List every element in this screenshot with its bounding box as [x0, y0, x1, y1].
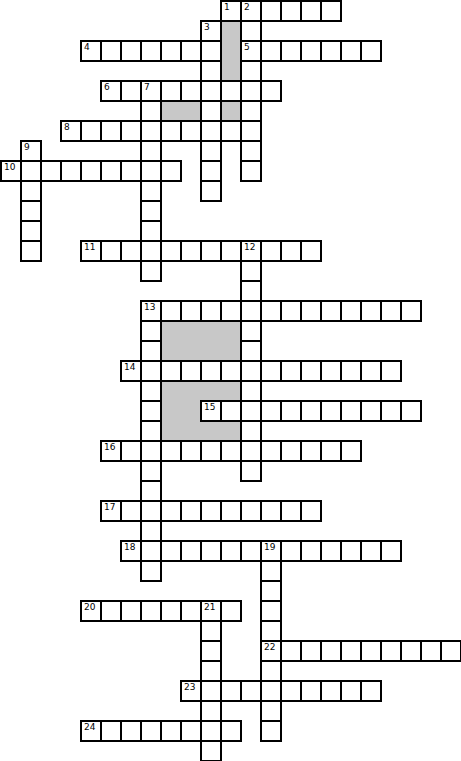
clue-number-19: 19 [264, 543, 275, 552]
cell-r9-c7[interactable] [140, 180, 162, 202]
cell-r19-c9-shaded[interactable] [180, 380, 202, 402]
cell-r32-c15[interactable] [300, 640, 322, 662]
cell-r25-c6[interactable] [120, 500, 142, 522]
cell-r4-c11[interactable] [220, 80, 242, 102]
cell-r30-c8[interactable] [160, 600, 182, 622]
cell-r19-c7[interactable] [140, 380, 162, 402]
cell-r34-c13[interactable] [260, 680, 282, 702]
cell-r32-c16[interactable] [320, 640, 342, 662]
cell-r5-c11-shaded[interactable] [220, 100, 242, 122]
cell-r23-c7[interactable] [140, 460, 162, 482]
cell-r4-c5[interactable]: 6 [100, 80, 122, 102]
cell-r27-c14[interactable] [280, 540, 302, 562]
cell-r21-c7[interactable] [140, 420, 162, 442]
cell-r2-c15[interactable] [300, 40, 322, 62]
cell-r22-c13[interactable] [260, 440, 282, 462]
cell-r15-c17[interactable] [340, 300, 362, 322]
cell-r18-c7[interactable] [140, 360, 162, 382]
cell-r32-c17[interactable] [340, 640, 362, 662]
cell-r17-c12[interactable] [240, 340, 262, 362]
cell-r0-c15[interactable] [300, 0, 322, 22]
cell-r18-c10[interactable] [200, 360, 222, 382]
cell-r28-c7[interactable] [140, 560, 162, 582]
cell-r15-c12[interactable] [240, 300, 262, 322]
cell-r29-c13[interactable] [260, 580, 282, 602]
cell-r2-c14[interactable] [280, 40, 302, 62]
cell-r15-c18[interactable] [360, 300, 382, 322]
cell-r27-c15[interactable] [300, 540, 322, 562]
cell-r18-c17[interactable] [340, 360, 362, 382]
cell-r20-c8-shaded[interactable] [160, 400, 182, 422]
cell-r30-c9[interactable] [180, 600, 202, 622]
cell-r25-c13[interactable] [260, 500, 282, 522]
cell-r34-c12[interactable] [240, 680, 262, 702]
cell-r18-c18[interactable] [360, 360, 382, 382]
cell-r32-c18[interactable] [360, 640, 382, 662]
cell-r18-c11[interactable] [220, 360, 242, 382]
cell-r12-c7[interactable] [140, 240, 162, 262]
cell-r17-c10-shaded[interactable] [200, 340, 222, 362]
cell-r30-c5[interactable] [100, 600, 122, 622]
cell-r4-c12[interactable] [240, 80, 262, 102]
cell-r16-c7[interactable] [140, 320, 162, 342]
cell-r30-c6[interactable] [120, 600, 142, 622]
cell-r8-c5[interactable] [100, 160, 122, 182]
clue-number-5: 5 [244, 43, 250, 52]
cell-r15-c9[interactable] [180, 300, 202, 322]
cell-r7-c12[interactable] [240, 140, 262, 162]
cell-r8-c8[interactable] [160, 160, 182, 182]
cell-r27-c6[interactable]: 18 [120, 540, 142, 562]
cell-r8-c6[interactable] [120, 160, 142, 182]
cell-r20-c9-shaded[interactable] [180, 400, 202, 422]
clue-number-3: 3 [204, 23, 210, 32]
cell-r20-c10[interactable]: 15 [200, 400, 222, 422]
cell-r27-c13[interactable]: 19 [260, 540, 282, 562]
cell-r20-c17[interactable] [340, 400, 362, 422]
cell-r18-c19[interactable] [380, 360, 402, 382]
cell-r7-c1[interactable]: 9 [20, 140, 42, 162]
cell-r12-c14[interactable] [280, 240, 302, 262]
cell-r12-c4[interactable]: 11 [80, 240, 102, 262]
cell-r17-c7[interactable] [140, 340, 162, 362]
cell-r30-c11[interactable] [220, 600, 242, 622]
cell-r18-c9[interactable] [180, 360, 202, 382]
cell-r13-c7[interactable] [140, 260, 162, 282]
cell-r34-c15[interactable] [300, 680, 322, 702]
clue-number-12: 12 [244, 243, 255, 252]
cell-r20-c16[interactable] [320, 400, 342, 422]
crossword-board: 123456789101112131415161718192021222324 [0, 0, 461, 761]
cell-r21-c9-shaded[interactable] [180, 420, 202, 442]
cell-r32-c13[interactable]: 22 [260, 640, 282, 662]
cell-r20-c7[interactable] [140, 400, 162, 422]
cell-r21-c11-shaded[interactable] [220, 420, 242, 442]
cell-r25-c11[interactable] [220, 500, 242, 522]
cell-r17-c11-shaded[interactable] [220, 340, 242, 362]
cell-r34-c17[interactable] [340, 680, 362, 702]
cell-r33-c13[interactable] [260, 660, 282, 682]
cell-r18-c13[interactable] [260, 360, 282, 382]
cell-r15-c10[interactable] [200, 300, 222, 322]
cell-r32-c22[interactable] [440, 640, 461, 662]
cell-r16-c8-shaded[interactable] [160, 320, 182, 342]
cell-r1-c11-shaded[interactable] [220, 20, 242, 42]
cell-r6-c7[interactable] [140, 120, 162, 142]
cell-r20-c19[interactable] [380, 400, 402, 422]
cell-r12-c9[interactable] [180, 240, 202, 262]
cell-r19-c10-shaded[interactable] [200, 380, 222, 402]
cell-r2-c10[interactable] [200, 40, 222, 62]
cell-r15-c11[interactable] [220, 300, 242, 322]
cell-r14-c12[interactable] [240, 280, 262, 302]
cell-r8-c2[interactable] [40, 160, 62, 182]
cell-r4-c10[interactable] [200, 80, 222, 102]
cell-r22-c9[interactable] [180, 440, 202, 462]
cell-r32-c19[interactable] [380, 640, 402, 662]
cell-r6-c6[interactable] [120, 120, 142, 142]
cell-r27-c9[interactable] [180, 540, 202, 562]
cell-r2-c7[interactable] [140, 40, 162, 62]
cell-r0-c13[interactable] [260, 0, 282, 22]
cell-r10-c1[interactable] [20, 200, 42, 222]
cell-r2-c12[interactable]: 5 [240, 40, 262, 62]
cell-r0-c16[interactable] [320, 0, 342, 22]
cell-r22-c8[interactable] [160, 440, 182, 462]
cell-r15-c16[interactable] [320, 300, 342, 322]
cell-r22-c11[interactable] [220, 440, 242, 462]
cell-r13-c12[interactable] [240, 260, 262, 282]
cell-r5-c9-shaded[interactable] [180, 100, 202, 122]
cell-r9-c1[interactable] [20, 180, 42, 202]
cell-r25-c15[interactable] [300, 500, 322, 522]
cell-r4-c13[interactable] [260, 80, 282, 102]
cell-r6-c4[interactable] [80, 120, 102, 142]
cell-r23-c12[interactable] [240, 460, 262, 482]
cell-r18-c8[interactable] [160, 360, 182, 382]
clue-number-11: 11 [84, 243, 95, 252]
cell-r27-c8[interactable] [160, 540, 182, 562]
cell-r34-c10[interactable] [200, 680, 222, 702]
cell-r15-c7[interactable]: 13 [140, 300, 162, 322]
cell-r5-c10[interactable] [200, 100, 222, 122]
cell-r27-c10[interactable] [200, 540, 222, 562]
cell-r2-c17[interactable] [340, 40, 362, 62]
cell-r26-c7[interactable] [140, 520, 162, 542]
cell-r2-c18[interactable] [360, 40, 382, 62]
cell-r2-c13[interactable] [260, 40, 282, 62]
clue-number-1: 1 [224, 3, 230, 12]
cell-r2-c6[interactable] [120, 40, 142, 62]
cell-r25-c7[interactable] [140, 500, 162, 522]
cell-r1-c12[interactable] [240, 20, 262, 42]
cell-r31-c13[interactable] [260, 620, 282, 642]
cell-r27-c12[interactable] [240, 540, 262, 562]
cell-r12-c15[interactable] [300, 240, 322, 262]
clue-number-17: 17 [104, 503, 115, 512]
cell-r3-c10[interactable] [200, 60, 222, 82]
cell-r8-c4[interactable] [80, 160, 102, 182]
clue-number-21: 21 [204, 603, 215, 612]
cell-r19-c11-shaded[interactable] [220, 380, 242, 402]
cell-r27-c7[interactable] [140, 540, 162, 562]
cell-r25-c14[interactable] [280, 500, 302, 522]
cell-r11-c7[interactable] [140, 220, 162, 242]
cell-r2-c5[interactable] [100, 40, 122, 62]
clue-number-9: 9 [24, 143, 30, 152]
clue-number-4: 4 [84, 43, 90, 52]
cell-r8-c12[interactable] [240, 160, 262, 182]
cell-r22-c14[interactable] [280, 440, 302, 462]
cell-r4-c6[interactable] [120, 80, 142, 102]
cell-r28-c13[interactable] [260, 560, 282, 582]
cell-r16-c10-shaded[interactable] [200, 320, 222, 342]
cell-r12-c6[interactable] [120, 240, 142, 262]
cell-r12-c10[interactable] [200, 240, 222, 262]
cell-r36-c5[interactable] [100, 720, 122, 742]
cell-r18-c15[interactable] [300, 360, 322, 382]
cell-r8-c7[interactable] [140, 160, 162, 182]
cell-r36-c13[interactable] [260, 720, 282, 742]
cell-r17-c8-shaded[interactable] [160, 340, 182, 362]
cell-r20-c20[interactable] [400, 400, 422, 422]
cell-r0-c12[interactable]: 2 [240, 0, 262, 22]
cell-r22-c16[interactable] [320, 440, 342, 462]
cell-r24-c7[interactable] [140, 480, 162, 502]
cell-r7-c7[interactable] [140, 140, 162, 162]
cell-r18-c12[interactable] [240, 360, 262, 382]
cell-r8-c3[interactable] [60, 160, 82, 182]
cell-r22-c5[interactable]: 16 [100, 440, 122, 462]
cell-r15-c14[interactable] [280, 300, 302, 322]
cell-r27-c18[interactable] [360, 540, 382, 562]
cell-r12-c5[interactable] [100, 240, 122, 262]
cell-r18-c14[interactable] [280, 360, 302, 382]
cell-r30-c7[interactable] [140, 600, 162, 622]
cell-r37-c10[interactable] [200, 740, 222, 761]
cell-r20-c18[interactable] [360, 400, 382, 422]
cell-r6-c11[interactable] [220, 120, 242, 142]
cell-r11-c1[interactable] [20, 220, 42, 242]
clue-number-24: 24 [84, 723, 95, 732]
clue-number-14: 14 [124, 363, 135, 372]
cell-r22-c7[interactable] [140, 440, 162, 462]
cell-r2-c9[interactable] [180, 40, 202, 62]
cell-r6-c12[interactable] [240, 120, 262, 142]
cell-r15-c19[interactable] [380, 300, 402, 322]
cell-r36-c4[interactable]: 24 [80, 720, 102, 742]
cell-r2-c16[interactable] [320, 40, 342, 62]
cell-r27-c16[interactable] [320, 540, 342, 562]
clue-number-23: 23 [184, 683, 195, 692]
cell-r33-c10[interactable] [200, 660, 222, 682]
cell-r12-c11[interactable] [220, 240, 242, 262]
cell-r8-c0[interactable]: 10 [0, 160, 22, 182]
cell-r22-c10[interactable] [200, 440, 222, 462]
cell-r12-c8[interactable] [160, 240, 182, 262]
cell-r18-c16[interactable] [320, 360, 342, 382]
cell-r3-c12[interactable] [240, 60, 262, 82]
cell-r35-c10[interactable] [200, 700, 222, 722]
cell-r30-c4[interactable]: 20 [80, 600, 102, 622]
cell-r34-c11[interactable] [220, 680, 242, 702]
cell-r25-c5[interactable]: 17 [100, 500, 122, 522]
cell-r22-c15[interactable] [300, 440, 322, 462]
cell-r35-c13[interactable] [260, 700, 282, 722]
clue-number-8: 8 [64, 123, 70, 132]
cell-r8-c10[interactable] [200, 160, 222, 182]
cell-r21-c8-shaded[interactable] [160, 420, 182, 442]
cell-r34-c16[interactable] [320, 680, 342, 702]
cell-r19-c12[interactable] [240, 380, 262, 402]
clue-number-13: 13 [144, 303, 155, 312]
cell-r15-c8[interactable] [160, 300, 182, 322]
cell-r15-c13[interactable] [260, 300, 282, 322]
cell-r32-c21[interactable] [420, 640, 442, 662]
cell-r17-c9-shaded[interactable] [180, 340, 202, 362]
clue-number-7: 7 [144, 83, 150, 92]
cell-r2-c11-shaded[interactable] [220, 40, 242, 62]
cell-r32-c14[interactable] [280, 640, 302, 662]
cell-r22-c17[interactable] [340, 440, 362, 462]
clue-number-10: 10 [4, 163, 15, 172]
clue-number-15: 15 [204, 403, 215, 412]
cell-r2-c4[interactable]: 4 [80, 40, 102, 62]
cell-r9-c10[interactable] [200, 180, 222, 202]
cell-r36-c8[interactable] [160, 720, 182, 742]
cell-r0-c14[interactable] [280, 0, 302, 22]
cell-r5-c12[interactable] [240, 100, 262, 122]
cell-r34-c9[interactable]: 23 [180, 680, 202, 702]
clue-number-18: 18 [124, 543, 135, 552]
cell-r34-c18[interactable] [360, 680, 382, 702]
cell-r12-c1[interactable] [20, 240, 42, 262]
clue-number-22: 22 [264, 643, 275, 652]
cell-r15-c15[interactable] [300, 300, 322, 322]
cell-r36-c7[interactable] [140, 720, 162, 742]
cell-r25-c8[interactable] [160, 500, 182, 522]
cell-r6-c9[interactable] [180, 120, 202, 142]
cell-r36-c11[interactable] [220, 720, 242, 742]
cell-r21-c12[interactable] [240, 420, 262, 442]
cell-r20-c14[interactable] [280, 400, 302, 422]
cell-r18-c6[interactable]: 14 [120, 360, 142, 382]
cell-r19-c8-shaded[interactable] [160, 380, 182, 402]
cell-r32-c20[interactable] [400, 640, 422, 662]
cell-r31-c10[interactable] [200, 620, 222, 642]
clue-number-16: 16 [104, 443, 115, 452]
cell-r7-c10[interactable] [200, 140, 222, 162]
cell-r4-c7[interactable]: 7 [140, 80, 162, 102]
cell-r22-c12[interactable] [240, 440, 262, 462]
cell-r22-c6[interactable] [120, 440, 142, 462]
cell-r16-c11-shaded[interactable] [220, 320, 242, 342]
cell-r10-c7[interactable] [140, 200, 162, 222]
cell-r6-c8[interactable] [160, 120, 182, 142]
cell-r5-c7[interactable] [140, 100, 162, 122]
cell-r25-c10[interactable] [200, 500, 222, 522]
cell-r20-c11[interactable] [220, 400, 242, 422]
cell-r27-c17[interactable] [340, 540, 362, 562]
cell-r4-c9[interactable] [180, 80, 202, 102]
clue-number-6: 6 [104, 83, 110, 92]
cell-r12-c12[interactable]: 12 [240, 240, 262, 262]
cell-r34-c14[interactable] [280, 680, 302, 702]
cell-r27-c11[interactable] [220, 540, 242, 562]
cell-r1-c10[interactable]: 3 [200, 20, 222, 42]
cell-r27-c19[interactable] [380, 540, 402, 562]
clue-number-2: 2 [244, 3, 250, 12]
cell-r32-c10[interactable] [200, 640, 222, 662]
cell-r30-c13[interactable] [260, 600, 282, 622]
cell-r25-c9[interactable] [180, 500, 202, 522]
cell-r15-c20[interactable] [400, 300, 422, 322]
cell-r36-c6[interactable] [120, 720, 142, 742]
cell-r8-c1[interactable] [20, 160, 42, 182]
cell-r5-c8-shaded[interactable] [160, 100, 182, 122]
cell-r20-c12[interactable] [240, 400, 262, 422]
cell-r4-c8[interactable] [160, 80, 182, 102]
cell-r21-c10-shaded[interactable] [200, 420, 222, 442]
cell-r20-c15[interactable] [300, 400, 322, 422]
cell-r20-c13[interactable] [260, 400, 282, 422]
cell-r6-c3[interactable]: 8 [60, 120, 82, 142]
cell-r16-c12[interactable] [240, 320, 262, 342]
cell-r6-c5[interactable] [100, 120, 122, 142]
cell-r25-c12[interactable] [240, 500, 262, 522]
cell-r30-c10[interactable]: 21 [200, 600, 222, 622]
cell-r36-c9[interactable] [180, 720, 202, 742]
cell-r36-c10[interactable] [200, 720, 222, 742]
cell-r2-c8[interactable] [160, 40, 182, 62]
cell-r0-c11[interactable]: 1 [220, 0, 242, 22]
cell-r16-c9-shaded[interactable] [180, 320, 202, 342]
clue-number-20: 20 [84, 603, 95, 612]
cell-r12-c13[interactable] [260, 240, 282, 262]
cell-r3-c11-shaded[interactable] [220, 60, 242, 82]
cell-r6-c10[interactable] [200, 120, 222, 142]
